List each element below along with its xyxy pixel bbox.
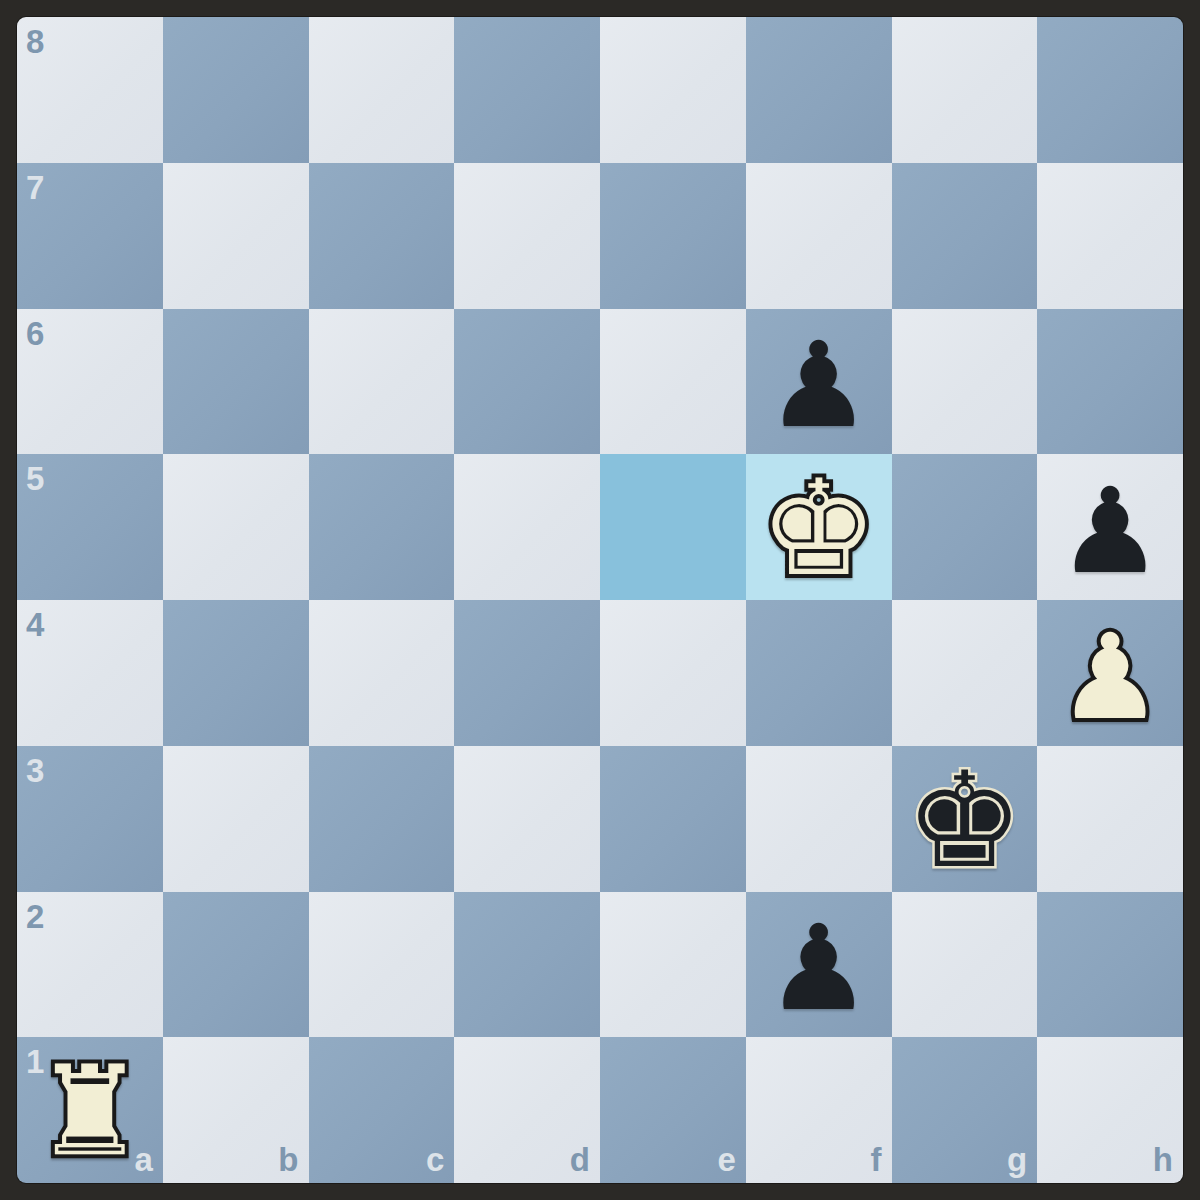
piece-black-pawn[interactable]: ♟ xyxy=(1057,472,1163,590)
square-a3[interactable]: 3 xyxy=(17,746,163,892)
square-h5[interactable]: ♟ xyxy=(1037,454,1183,600)
square-a4[interactable]: 4 xyxy=(17,600,163,746)
square-c2[interactable] xyxy=(309,892,455,1038)
square-b2[interactable] xyxy=(163,892,309,1038)
square-e4[interactable] xyxy=(600,600,746,746)
square-g5[interactable] xyxy=(892,454,1038,600)
square-f7[interactable] xyxy=(746,163,892,309)
piece-black-king[interactable]: ♚ xyxy=(905,754,1023,886)
square-b7[interactable] xyxy=(163,163,309,309)
rank-label-4: 4 xyxy=(26,608,44,641)
square-d2[interactable] xyxy=(454,892,600,1038)
square-f1[interactable]: f xyxy=(746,1037,892,1183)
square-e7[interactable] xyxy=(600,163,746,309)
square-a5[interactable]: 5 xyxy=(17,454,163,600)
file-label-f: f xyxy=(871,1143,882,1176)
square-e3[interactable] xyxy=(600,746,746,892)
square-f3[interactable] xyxy=(746,746,892,892)
square-f5[interactable]: ♚ xyxy=(746,454,892,600)
square-b1[interactable]: b xyxy=(163,1037,309,1183)
file-label-h: h xyxy=(1153,1143,1173,1176)
square-c6[interactable] xyxy=(309,309,455,455)
square-h4[interactable]: ♟ xyxy=(1037,600,1183,746)
square-c4[interactable] xyxy=(309,600,455,746)
file-label-e: e xyxy=(717,1143,735,1176)
square-c8[interactable] xyxy=(309,17,455,163)
piece-black-pawn[interactable]: ♟ xyxy=(766,326,872,444)
square-f8[interactable] xyxy=(746,17,892,163)
square-f6[interactable]: ♟ xyxy=(746,309,892,455)
square-b6[interactable] xyxy=(163,309,309,455)
square-b5[interactable] xyxy=(163,454,309,600)
square-h1[interactable]: h xyxy=(1037,1037,1183,1183)
file-label-g: g xyxy=(1007,1143,1027,1176)
square-a2[interactable]: 2 xyxy=(17,892,163,1038)
square-d3[interactable] xyxy=(454,746,600,892)
square-d4[interactable] xyxy=(454,600,600,746)
square-h8[interactable] xyxy=(1037,17,1183,163)
square-d6[interactable] xyxy=(454,309,600,455)
square-g2[interactable] xyxy=(892,892,1038,1038)
piece-black-pawn[interactable]: ♟ xyxy=(766,909,872,1027)
square-g4[interactable] xyxy=(892,600,1038,746)
piece-white-pawn[interactable]: ♟ xyxy=(1057,618,1163,736)
square-e1[interactable]: e xyxy=(600,1037,746,1183)
square-f2[interactable]: ♟ xyxy=(746,892,892,1038)
square-d5[interactable] xyxy=(454,454,600,600)
square-d7[interactable] xyxy=(454,163,600,309)
square-d1[interactable]: d xyxy=(454,1037,600,1183)
square-h2[interactable] xyxy=(1037,892,1183,1038)
square-e2[interactable] xyxy=(600,892,746,1038)
square-b4[interactable] xyxy=(163,600,309,746)
square-b3[interactable] xyxy=(163,746,309,892)
file-label-c: c xyxy=(426,1143,444,1176)
square-g3[interactable]: ♚ xyxy=(892,746,1038,892)
square-e8[interactable] xyxy=(600,17,746,163)
rank-label-8: 8 xyxy=(26,25,44,58)
square-a7[interactable]: 7 xyxy=(17,163,163,309)
square-c3[interactable] xyxy=(309,746,455,892)
file-label-d: d xyxy=(570,1143,590,1176)
board-frame: 876♟5♚♟4♟3♚2♟1a♜bcdefgh xyxy=(0,0,1200,1200)
square-c1[interactable]: c xyxy=(309,1037,455,1183)
rank-label-5: 5 xyxy=(26,462,44,495)
square-e6[interactable] xyxy=(600,309,746,455)
square-a8[interactable]: 8 xyxy=(17,17,163,163)
square-a6[interactable]: 6 xyxy=(17,309,163,455)
square-e5[interactable] xyxy=(600,454,746,600)
square-a1[interactable]: 1a♜ xyxy=(17,1037,163,1183)
square-c5[interactable] xyxy=(309,454,455,600)
rank-label-7: 7 xyxy=(26,171,44,204)
square-g1[interactable]: g xyxy=(892,1037,1038,1183)
square-d8[interactable] xyxy=(454,17,600,163)
square-g8[interactable] xyxy=(892,17,1038,163)
square-h3[interactable] xyxy=(1037,746,1183,892)
file-label-b: b xyxy=(278,1143,298,1176)
square-f4[interactable] xyxy=(746,600,892,746)
rank-label-2: 2 xyxy=(26,900,44,933)
rank-label-6: 6 xyxy=(26,317,44,350)
square-h6[interactable] xyxy=(1037,309,1183,455)
rank-label-3: 3 xyxy=(26,754,44,787)
square-g6[interactable] xyxy=(892,309,1038,455)
square-b8[interactable] xyxy=(163,17,309,163)
chess-board: 876♟5♚♟4♟3♚2♟1a♜bcdefgh xyxy=(17,17,1183,1183)
piece-white-king[interactable]: ♚ xyxy=(759,462,877,594)
piece-white-rook[interactable]: ♜ xyxy=(34,1049,145,1173)
square-g7[interactable] xyxy=(892,163,1038,309)
square-h7[interactable] xyxy=(1037,163,1183,309)
square-c7[interactable] xyxy=(309,163,455,309)
